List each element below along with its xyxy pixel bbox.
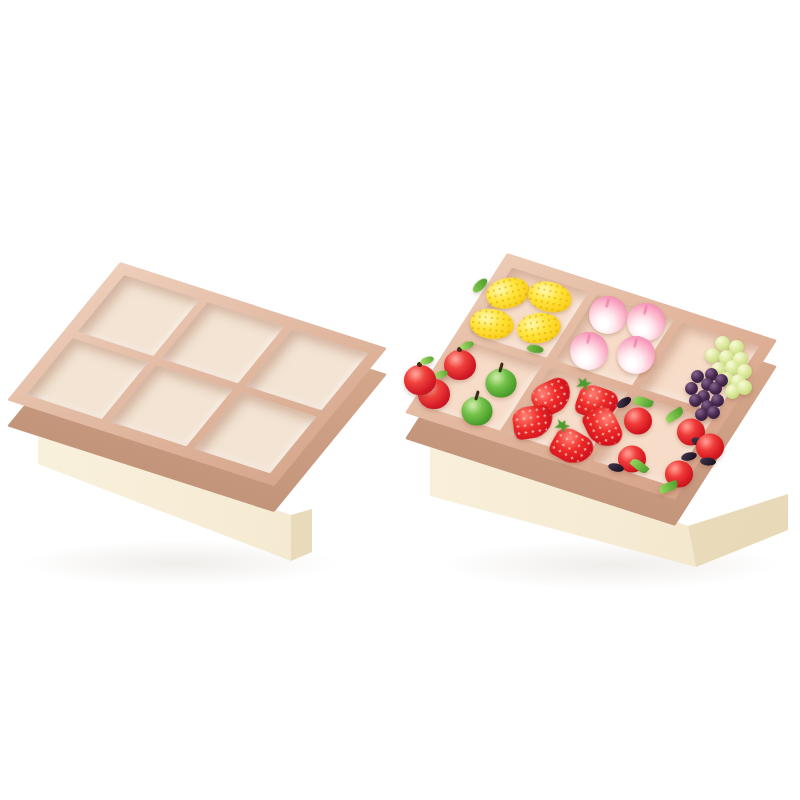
peach-4: [617, 336, 655, 374]
lemon-3: [469, 307, 516, 341]
cherry-1: [624, 408, 652, 435]
product-photo: [0, 0, 800, 800]
peach-3: [570, 332, 608, 370]
lemon-2: [525, 278, 574, 316]
lemon-4: [515, 309, 564, 346]
empty-crate: [0, 210, 400, 630]
green-apple-2: [462, 397, 493, 426]
purple-grapes-berry-11: [707, 406, 720, 419]
purple-grapes-berry-5: [709, 382, 722, 395]
green-apple-1: [486, 369, 517, 398]
peach-1: [589, 296, 627, 334]
red-apple-3: [404, 365, 436, 395]
cherry-3: [618, 446, 646, 473]
green-grapes-berry-2: [705, 348, 720, 363]
fruit-crate: [400, 200, 800, 620]
cherry-4: [665, 461, 693, 488]
strawberry-3: [511, 403, 555, 440]
cherry-5: [696, 434, 724, 461]
green-grapes-berry-11: [737, 380, 752, 395]
lemon-1: [483, 273, 533, 313]
red-apple-1: [444, 350, 476, 380]
fruit-layer: [400, 200, 800, 620]
